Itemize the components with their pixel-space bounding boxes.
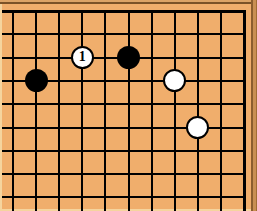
move-number-label: 1 <box>79 50 86 64</box>
stone-white-R14 <box>186 116 209 139</box>
stone-black-O17 <box>117 46 140 69</box>
stone-white-M17-move-1: 1 <box>71 46 94 69</box>
go-board-grid: 1 <box>2 0 256 209</box>
go-diagram: 1 <box>0 0 257 211</box>
stone-black-K16 <box>25 69 48 92</box>
stone-white-Q16 <box>163 69 186 92</box>
